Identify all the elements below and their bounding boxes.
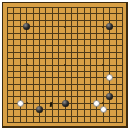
go-board[interactable] xyxy=(2,2,128,128)
stone-white-C4[interactable] xyxy=(17,100,24,107)
stone-white-P4[interactable] xyxy=(93,100,100,107)
grid-line-vertical xyxy=(84,7,85,123)
grid-line-vertical xyxy=(77,7,78,123)
grid-line-horizontal xyxy=(7,84,123,85)
stone-black-K4[interactable] xyxy=(62,100,69,107)
stone-white-Q3[interactable] xyxy=(100,106,107,113)
grid-line-vertical xyxy=(90,7,91,123)
grid-line-vertical xyxy=(116,7,117,123)
stone-black-R16[interactable] xyxy=(106,23,113,30)
grid-line-vertical xyxy=(122,7,123,123)
star-point xyxy=(64,64,66,66)
stone-white-R8[interactable] xyxy=(106,74,113,81)
star-point xyxy=(64,26,66,28)
grid-line-vertical xyxy=(71,7,72,123)
star-point xyxy=(26,64,28,66)
grid-line-horizontal xyxy=(7,122,123,123)
grid-line-horizontal xyxy=(7,71,123,72)
grid-line-horizontal xyxy=(7,116,123,117)
stone-black-D16[interactable] xyxy=(23,23,30,30)
stone-black-F3[interactable] xyxy=(36,106,43,113)
stone-black-R5[interactable] xyxy=(106,93,113,100)
grid-line-horizontal xyxy=(7,90,123,91)
